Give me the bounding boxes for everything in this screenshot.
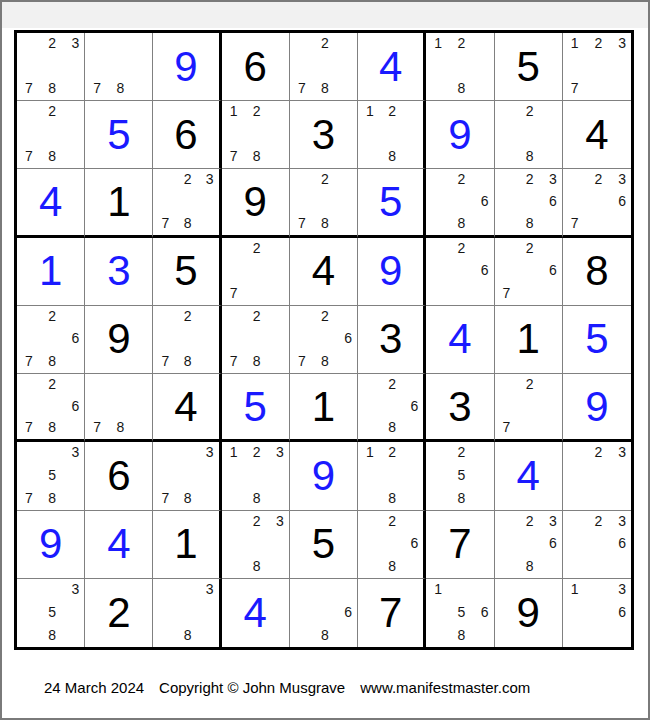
pencil-marks: 268 xyxy=(366,377,418,434)
pencil-mark-1: 1 xyxy=(434,36,442,50)
cell-r3c7[interactable]: 268 xyxy=(426,169,494,237)
cell-r8c9[interactable]: 236 xyxy=(563,511,631,579)
pencil-marks: 278 xyxy=(25,104,79,163)
pencil-mark-2: 2 xyxy=(526,514,534,528)
sudoku-app-page: 2378789627841285123727856127831289284412… xyxy=(0,0,650,720)
cell-r2c8[interactable]: 28 xyxy=(495,101,563,169)
pencil-marks: 2367 xyxy=(571,172,626,229)
pencil-mark-2: 2 xyxy=(253,241,261,255)
pencil-mark-2: 2 xyxy=(594,514,602,528)
cell-r6c9[interactable]: 9 xyxy=(563,374,631,442)
pencil-marks: 378 xyxy=(161,445,213,504)
pencil-marks: 136 xyxy=(571,582,626,642)
pencil-marks: 1278 xyxy=(230,104,284,163)
cell-r4c7[interactable]: 26 xyxy=(426,238,494,306)
pencil-mark-6: 6 xyxy=(618,536,626,550)
window-top-strip xyxy=(2,2,648,28)
cell-r7c1[interactable]: 3578 xyxy=(17,442,85,510)
cell-r3c6[interactable]: 5 xyxy=(358,169,426,237)
cell-r4c4[interactable]: 27 xyxy=(222,238,290,306)
given-digit: 9 xyxy=(222,169,289,234)
given-digit: 6 xyxy=(85,442,152,509)
pencil-mark-5: 5 xyxy=(48,605,56,619)
pencil-mark-1: 1 xyxy=(366,445,374,459)
pencil-mark-8: 8 xyxy=(388,491,396,505)
pencil-mark-8: 8 xyxy=(116,420,124,434)
cell-r1c4[interactable]: 6 xyxy=(222,33,290,101)
pencil-mark-2: 2 xyxy=(526,104,534,118)
given-digit: 4 xyxy=(563,101,631,168)
pencil-mark-2: 2 xyxy=(388,104,396,118)
pencil-mark-3: 3 xyxy=(618,514,626,528)
pencil-mark-6: 6 xyxy=(71,331,79,345)
cell-r6c5[interactable]: 1 xyxy=(290,374,358,442)
pencil-mark-8: 8 xyxy=(458,81,466,95)
given-digit: 5 xyxy=(495,33,562,100)
pencil-mark-2: 2 xyxy=(184,172,192,186)
cell-r1c1[interactable]: 2378 xyxy=(17,33,85,101)
pencil-mark-5: 5 xyxy=(48,468,56,482)
cell-r5c6[interactable]: 3 xyxy=(358,306,426,374)
pencil-mark-3: 3 xyxy=(71,582,79,596)
cell-r9c1[interactable]: 358 xyxy=(17,579,85,647)
pencil-mark-8: 8 xyxy=(253,354,261,368)
cell-r4c6[interactable]: 9 xyxy=(358,238,426,306)
cell-r7c8[interactable]: 4 xyxy=(495,442,563,510)
pencil-mark-8: 8 xyxy=(526,216,534,230)
pencil-mark-2: 2 xyxy=(184,309,192,323)
pencil-mark-7: 7 xyxy=(571,81,579,95)
pencil-mark-6: 6 xyxy=(71,399,79,413)
cell-r9c8[interactable]: 9 xyxy=(495,579,563,647)
cell-r3c5[interactable]: 278 xyxy=(290,169,358,237)
solved-digit: 9 xyxy=(290,442,357,509)
pencil-marks: 23 xyxy=(571,445,626,504)
cell-r7c2[interactable]: 6 xyxy=(85,442,153,510)
pencil-mark-1: 1 xyxy=(571,36,579,50)
pencil-mark-8: 8 xyxy=(458,628,466,642)
pencil-mark-7: 7 xyxy=(503,286,511,300)
cell-r2c4[interactable]: 1278 xyxy=(222,101,290,169)
pencil-mark-8: 8 xyxy=(526,149,534,163)
pencil-mark-2: 2 xyxy=(458,36,466,50)
sudoku-grid: 2378789627841285123727856127831289284412… xyxy=(14,30,634,650)
pencil-mark-2: 2 xyxy=(48,309,56,323)
given-digit: 7 xyxy=(358,579,423,647)
pencil-mark-6: 6 xyxy=(549,194,557,208)
pencil-marks: 2678 xyxy=(25,377,79,434)
pencil-marks: 278 xyxy=(298,36,352,95)
pencil-mark-1: 1 xyxy=(230,445,238,459)
pencil-mark-7: 7 xyxy=(93,420,101,434)
pencil-mark-2: 2 xyxy=(458,241,466,255)
pencil-mark-7: 7 xyxy=(25,420,33,434)
pencil-mark-7: 7 xyxy=(25,149,33,163)
cell-r2c1[interactable]: 278 xyxy=(17,101,85,169)
pencil-mark-2: 2 xyxy=(594,36,602,50)
pencil-mark-8: 8 xyxy=(184,628,192,642)
solved-digit: 3 xyxy=(85,238,152,305)
cell-r4c5[interactable]: 4 xyxy=(290,238,358,306)
pencil-mark-3: 3 xyxy=(71,36,79,50)
pencil-mark-6: 6 xyxy=(618,605,626,619)
cell-r6c4[interactable]: 5 xyxy=(222,374,290,442)
cell-r1c7[interactable]: 128 xyxy=(426,33,494,101)
pencil-mark-7: 7 xyxy=(93,81,101,95)
pencil-mark-1: 1 xyxy=(230,104,238,118)
pencil-marks: 2368 xyxy=(503,172,557,229)
given-digit: 1 xyxy=(153,511,218,578)
pencil-marks: 2678 xyxy=(25,309,79,368)
cell-r2c2[interactable]: 5 xyxy=(85,101,153,169)
pencil-mark-2: 2 xyxy=(253,445,261,459)
pencil-mark-8: 8 xyxy=(48,420,56,434)
cell-r7c3[interactable]: 378 xyxy=(153,442,221,510)
pencil-mark-8: 8 xyxy=(388,559,396,573)
given-digit: 9 xyxy=(495,579,562,647)
given-digit: 2 xyxy=(85,579,152,647)
solved-digit: 4 xyxy=(426,306,493,373)
given-digit: 3 xyxy=(426,374,493,439)
pencil-marks: 2678 xyxy=(298,309,352,368)
cell-r1c5[interactable]: 278 xyxy=(290,33,358,101)
solved-digit: 4 xyxy=(358,33,423,100)
pencil-marks: 267 xyxy=(503,241,557,300)
pencil-mark-3: 3 xyxy=(206,582,214,596)
cell-r9c9[interactable]: 136 xyxy=(563,579,631,647)
cell-r8c2[interactable]: 4 xyxy=(85,511,153,579)
pencil-mark-8: 8 xyxy=(458,491,466,505)
pencil-mark-8: 8 xyxy=(321,216,329,230)
pencil-mark-1: 1 xyxy=(571,582,579,596)
pencil-marks: 278 xyxy=(230,309,284,368)
solved-digit: 9 xyxy=(153,33,218,100)
pencil-mark-7: 7 xyxy=(298,81,306,95)
pencil-mark-6: 6 xyxy=(549,263,557,277)
pencil-mark-8: 8 xyxy=(458,216,466,230)
cell-r1c3[interactable]: 9 xyxy=(153,33,221,101)
pencil-mark-8: 8 xyxy=(253,491,261,505)
pencil-mark-6: 6 xyxy=(344,331,352,345)
pencil-mark-7: 7 xyxy=(230,354,238,368)
cell-r8c4[interactable]: 238 xyxy=(222,511,290,579)
cell-r3c4[interactable]: 9 xyxy=(222,169,290,237)
given-digit: 1 xyxy=(290,374,357,439)
pencil-mark-7: 7 xyxy=(298,216,306,230)
cell-r9c3[interactable]: 38 xyxy=(153,579,221,647)
solved-digit: 9 xyxy=(17,511,84,578)
pencil-mark-3: 3 xyxy=(206,445,214,459)
pencil-mark-3: 3 xyxy=(276,514,284,528)
given-digit: 4 xyxy=(290,238,357,305)
pencil-mark-7: 7 xyxy=(161,354,169,368)
pencil-mark-6: 6 xyxy=(411,536,419,550)
pencil-marks: 3578 xyxy=(25,445,79,504)
pencil-marks: 1238 xyxy=(230,445,284,504)
pencil-mark-2: 2 xyxy=(458,172,466,186)
cell-r6c3[interactable]: 4 xyxy=(153,374,221,442)
pencil-marks: 2378 xyxy=(161,172,213,229)
pencil-mark-8: 8 xyxy=(388,420,396,434)
pencil-marks: 27 xyxy=(503,377,557,434)
pencil-mark-7: 7 xyxy=(230,149,238,163)
cell-r5c1[interactable]: 2678 xyxy=(17,306,85,374)
pencil-mark-7: 7 xyxy=(230,286,238,300)
pencil-marks: 128 xyxy=(366,104,418,163)
given-digit: 3 xyxy=(290,101,357,168)
pencil-mark-7: 7 xyxy=(161,216,169,230)
solved-digit: 9 xyxy=(563,374,631,439)
cell-r8c1[interactable]: 9 xyxy=(17,511,85,579)
pencil-mark-8: 8 xyxy=(48,354,56,368)
cell-r4c8[interactable]: 267 xyxy=(495,238,563,306)
pencil-mark-6: 6 xyxy=(481,194,489,208)
pencil-mark-2: 2 xyxy=(388,445,396,459)
pencil-marks: 278 xyxy=(161,309,213,368)
pencil-mark-5: 5 xyxy=(458,605,466,619)
cell-r4c1[interactable]: 1 xyxy=(17,238,85,306)
cell-r2c3[interactable]: 6 xyxy=(153,101,221,169)
pencil-mark-5: 5 xyxy=(458,468,466,482)
solved-digit: 4 xyxy=(222,579,289,647)
cell-r1c6[interactable]: 4 xyxy=(358,33,426,101)
cell-r2c5[interactable]: 3 xyxy=(290,101,358,169)
given-digit: 1 xyxy=(85,169,152,234)
pencil-mark-2: 2 xyxy=(526,377,534,391)
solved-digit: 1 xyxy=(17,238,84,305)
cell-r2c6[interactable]: 128 xyxy=(358,101,426,169)
cell-r6c1[interactable]: 2678 xyxy=(17,374,85,442)
pencil-marks: 26 xyxy=(434,241,488,300)
pencil-mark-3: 3 xyxy=(549,172,557,186)
pencil-mark-6: 6 xyxy=(481,605,489,619)
pencil-mark-7: 7 xyxy=(571,216,579,230)
pencil-marks: 268 xyxy=(434,172,488,229)
pencil-marks: 358 xyxy=(25,582,79,642)
cell-r1c9[interactable]: 1237 xyxy=(563,33,631,101)
pencil-mark-2: 2 xyxy=(321,172,329,186)
pencil-mark-2: 2 xyxy=(458,445,466,459)
given-digit: 6 xyxy=(153,101,218,168)
pencil-mark-8: 8 xyxy=(48,81,56,95)
cell-r5c5[interactable]: 2678 xyxy=(290,306,358,374)
given-digit: 6 xyxy=(222,33,289,100)
given-digit: 4 xyxy=(153,374,218,439)
pencil-mark-2: 2 xyxy=(253,309,261,323)
footer: 24 March 2024 Copyright © John Musgrave … xyxy=(44,679,530,696)
given-digit: 3 xyxy=(358,306,423,373)
cell-r7c7[interactable]: 258 xyxy=(426,442,494,510)
pencil-marks: 78 xyxy=(93,377,147,434)
pencil-mark-8: 8 xyxy=(388,149,396,163)
pencil-mark-2: 2 xyxy=(388,514,396,528)
pencil-marks: 28 xyxy=(503,104,557,163)
cell-r6c6[interactable]: 268 xyxy=(358,374,426,442)
pencil-mark-8: 8 xyxy=(321,628,329,642)
cell-r2c9[interactable]: 4 xyxy=(563,101,631,169)
given-digit: 7 xyxy=(426,511,493,578)
pencil-mark-7: 7 xyxy=(298,354,306,368)
pencil-mark-8: 8 xyxy=(253,149,261,163)
pencil-mark-3: 3 xyxy=(71,445,79,459)
pencil-mark-2: 2 xyxy=(388,377,396,391)
pencil-mark-7: 7 xyxy=(25,354,33,368)
cell-r4c3[interactable]: 5 xyxy=(153,238,221,306)
solved-digit: 5 xyxy=(563,306,631,373)
pencil-mark-1: 1 xyxy=(366,104,374,118)
pencil-marks: 2378 xyxy=(25,36,79,95)
pencil-mark-3: 3 xyxy=(618,445,626,459)
footer-website[interactable]: www.manifestmaster.com xyxy=(360,679,530,696)
pencil-mark-8: 8 xyxy=(48,149,56,163)
pencil-mark-2: 2 xyxy=(321,36,329,50)
cell-r7c9[interactable]: 23 xyxy=(563,442,631,510)
pencil-mark-3: 3 xyxy=(618,172,626,186)
solved-digit: 9 xyxy=(358,238,423,305)
cell-r4c2[interactable]: 3 xyxy=(85,238,153,306)
pencil-mark-2: 2 xyxy=(253,514,261,528)
cell-r5c2[interactable]: 9 xyxy=(85,306,153,374)
pencil-mark-8: 8 xyxy=(321,354,329,368)
cell-r3c9[interactable]: 2367 xyxy=(563,169,631,237)
pencil-mark-8: 8 xyxy=(321,81,329,95)
pencil-marks: 2368 xyxy=(503,514,557,573)
pencil-marks: 78 xyxy=(93,36,147,95)
solved-digit: 5 xyxy=(85,101,152,168)
cell-r7c4[interactable]: 1238 xyxy=(222,442,290,510)
cell-r3c1[interactable]: 4 xyxy=(17,169,85,237)
pencil-mark-3: 3 xyxy=(618,582,626,596)
pencil-mark-1: 1 xyxy=(434,582,442,596)
pencil-mark-7: 7 xyxy=(25,491,33,505)
pencil-marks: 238 xyxy=(230,514,284,573)
pencil-mark-2: 2 xyxy=(48,377,56,391)
given-digit: 5 xyxy=(153,238,218,305)
pencil-marks: 268 xyxy=(366,514,418,573)
cell-r8c6[interactable]: 268 xyxy=(358,511,426,579)
pencil-marks: 68 xyxy=(298,582,352,642)
cell-r5c3[interactable]: 278 xyxy=(153,306,221,374)
cell-r6c2[interactable]: 78 xyxy=(85,374,153,442)
cell-r7c6[interactable]: 128 xyxy=(358,442,426,510)
pencil-mark-3: 3 xyxy=(206,172,214,186)
solved-digit: 5 xyxy=(358,169,423,234)
pencil-mark-8: 8 xyxy=(48,491,56,505)
pencil-marks: 38 xyxy=(161,582,213,642)
cell-r1c2[interactable]: 78 xyxy=(85,33,153,101)
cell-r8c5[interactable]: 5 xyxy=(290,511,358,579)
pencil-mark-2: 2 xyxy=(594,172,602,186)
cell-r6c7[interactable]: 3 xyxy=(426,374,494,442)
footer-date: 24 March 2024 xyxy=(44,679,144,696)
pencil-marks: 1568 xyxy=(434,582,488,642)
pencil-mark-8: 8 xyxy=(116,81,124,95)
pencil-marks: 1237 xyxy=(571,36,626,95)
pencil-marks: 128 xyxy=(434,36,488,95)
given-digit: 5 xyxy=(290,511,357,578)
pencil-mark-7: 7 xyxy=(503,420,511,434)
cell-r5c9[interactable]: 5 xyxy=(563,306,631,374)
pencil-marks: 128 xyxy=(366,445,418,504)
pencil-mark-6: 6 xyxy=(618,194,626,208)
cell-r5c4[interactable]: 278 xyxy=(222,306,290,374)
pencil-mark-7: 7 xyxy=(25,81,33,95)
pencil-mark-8: 8 xyxy=(184,216,192,230)
solved-digit: 5 xyxy=(222,374,289,439)
cell-r3c8[interactable]: 2368 xyxy=(495,169,563,237)
cell-r3c3[interactable]: 2378 xyxy=(153,169,221,237)
cell-r1c8[interactable]: 5 xyxy=(495,33,563,101)
cell-r8c8[interactable]: 2368 xyxy=(495,511,563,579)
pencil-mark-2: 2 xyxy=(321,309,329,323)
cell-r5c8[interactable]: 1 xyxy=(495,306,563,374)
pencil-mark-3: 3 xyxy=(618,36,626,50)
given-digit: 8 xyxy=(563,238,631,305)
pencil-mark-8: 8 xyxy=(184,491,192,505)
cell-r3c2[interactable]: 1 xyxy=(85,169,153,237)
pencil-mark-6: 6 xyxy=(481,263,489,277)
cell-r4c9[interactable]: 8 xyxy=(563,238,631,306)
cell-r9c6[interactable]: 7 xyxy=(358,579,426,647)
pencil-mark-3: 3 xyxy=(549,514,557,528)
cell-r9c5[interactable]: 68 xyxy=(290,579,358,647)
pencil-mark-6: 6 xyxy=(411,399,419,413)
pencil-mark-2: 2 xyxy=(48,36,56,50)
cell-r7c5[interactable]: 9 xyxy=(290,442,358,510)
pencil-mark-8: 8 xyxy=(526,559,534,573)
pencil-marks: 258 xyxy=(434,445,488,504)
given-digit: 9 xyxy=(85,306,152,373)
pencil-marks: 278 xyxy=(298,172,352,229)
pencil-mark-2: 2 xyxy=(526,172,534,186)
pencil-mark-7: 7 xyxy=(161,491,169,505)
pencil-mark-2: 2 xyxy=(48,104,56,118)
cell-r9c2[interactable]: 2 xyxy=(85,579,153,647)
solved-digit: 4 xyxy=(85,511,152,578)
cell-r9c7[interactable]: 1568 xyxy=(426,579,494,647)
pencil-mark-2: 2 xyxy=(253,104,261,118)
pencil-mark-8: 8 xyxy=(184,354,192,368)
solved-digit: 9 xyxy=(426,101,493,168)
cell-r5c7[interactable]: 4 xyxy=(426,306,494,374)
cell-r8c7[interactable]: 7 xyxy=(426,511,494,579)
solved-digit: 4 xyxy=(17,169,84,234)
footer-copyright: Copyright © John Musgrave xyxy=(159,679,345,696)
cell-r2c7[interactable]: 9 xyxy=(426,101,494,169)
pencil-mark-8: 8 xyxy=(253,559,261,573)
solved-digit: 4 xyxy=(495,442,562,509)
cell-r9c4[interactable]: 4 xyxy=(222,579,290,647)
given-digit: 1 xyxy=(495,306,562,373)
pencil-mark-3: 3 xyxy=(276,445,284,459)
pencil-marks: 27 xyxy=(230,241,284,300)
pencil-mark-6: 6 xyxy=(549,536,557,550)
pencil-marks: 236 xyxy=(571,514,626,573)
pencil-mark-8: 8 xyxy=(48,628,56,642)
cell-r8c3[interactable]: 1 xyxy=(153,511,221,579)
pencil-mark-2: 2 xyxy=(526,241,534,255)
pencil-mark-6: 6 xyxy=(344,605,352,619)
cell-r6c8[interactable]: 27 xyxy=(495,374,563,442)
pencil-mark-2: 2 xyxy=(594,445,602,459)
